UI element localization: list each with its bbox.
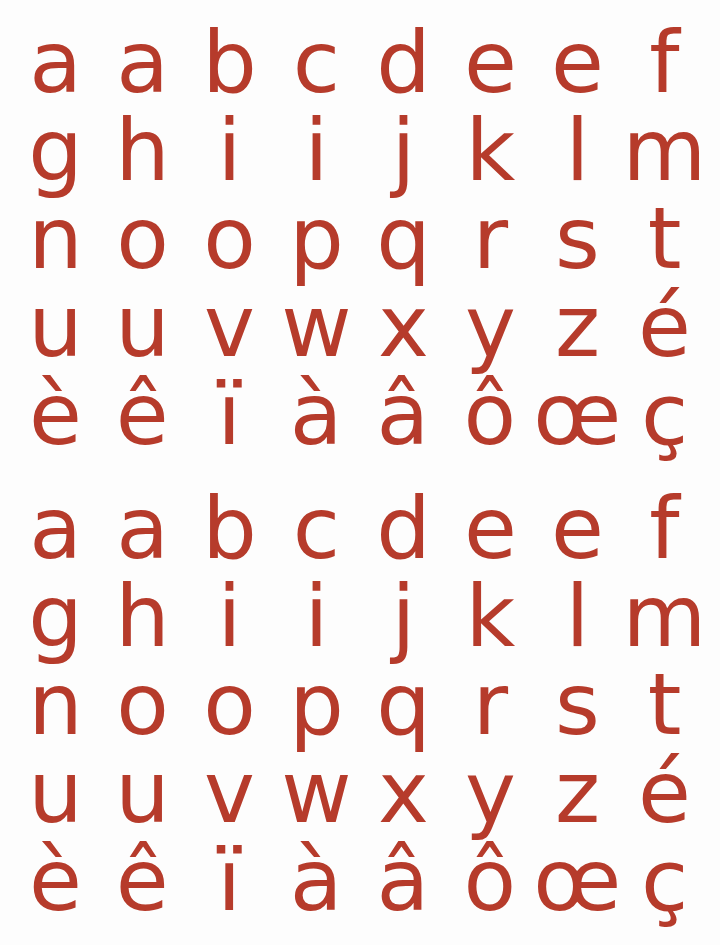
letter-cell: â xyxy=(359,836,446,924)
letter-cell: a xyxy=(12,484,99,572)
letter-cell: o xyxy=(186,194,273,282)
letter-cell: u xyxy=(12,748,99,836)
letter-row: a a b c d e e f xyxy=(12,484,708,572)
letter-cell: v xyxy=(186,282,273,370)
letter-cell: j xyxy=(360,106,447,194)
letter-cell: h xyxy=(99,572,186,660)
letter-cell: p xyxy=(273,194,360,282)
letter-row: g h i i j k l m xyxy=(12,106,708,194)
letter-cell: f xyxy=(621,18,708,106)
letter-cell: a xyxy=(12,18,99,106)
letter-cell: r xyxy=(447,194,534,282)
letter-cell: i xyxy=(273,572,360,660)
letter-cell: f xyxy=(621,484,708,572)
letter-cell: è xyxy=(12,836,99,924)
letter-cell: l xyxy=(534,572,621,660)
letter-cell: o xyxy=(186,660,273,748)
letter-cell: o xyxy=(99,660,186,748)
letter-cell: ï xyxy=(186,370,273,458)
letter-cell: p xyxy=(273,660,360,748)
letter-cell: k xyxy=(447,106,534,194)
letter-cell: ï xyxy=(186,836,273,924)
letter-cell: l xyxy=(534,106,621,194)
letter-cell: d xyxy=(360,18,447,106)
letter-cell: t xyxy=(621,194,708,282)
letter-cell: u xyxy=(99,748,186,836)
letter-cell: é xyxy=(621,748,708,836)
letter-cell: x xyxy=(360,282,447,370)
letter-cell: q xyxy=(360,194,447,282)
letter-cell: e xyxy=(534,18,621,106)
letter-cell: i xyxy=(186,106,273,194)
letter-cell: s xyxy=(534,194,621,282)
letter-cell: a xyxy=(99,18,186,106)
letter-cell: c xyxy=(273,484,360,572)
alphabet-block-bottom: a a b c d e e f g h i i j k l m n o o p … xyxy=(0,484,720,924)
letter-cell: ô xyxy=(446,836,533,924)
letter-cell: œ xyxy=(533,836,621,924)
letter-cell: â xyxy=(359,370,446,458)
letter-cell: z xyxy=(534,282,621,370)
letter-cell: t xyxy=(621,660,708,748)
letter-cell: e xyxy=(534,484,621,572)
letter-cell: z xyxy=(534,748,621,836)
letter-cell: ç xyxy=(621,370,708,458)
letter-cell: u xyxy=(12,282,99,370)
letter-cell: à xyxy=(273,836,360,924)
letter-row: è ê ï à â ô œ ç xyxy=(12,370,708,458)
letter-cell: n xyxy=(12,660,99,748)
letter-cell: b xyxy=(186,484,273,572)
letter-cell: b xyxy=(186,18,273,106)
letter-cell: x xyxy=(360,748,447,836)
letter-cell: e xyxy=(447,18,534,106)
letter-cell: u xyxy=(99,282,186,370)
letter-cell: k xyxy=(447,572,534,660)
letter-cell: e xyxy=(447,484,534,572)
letter-row: n o o p q r s t xyxy=(12,194,708,282)
letter-cell: g xyxy=(12,572,99,660)
letter-row: a a b c d e e f xyxy=(12,18,708,106)
letter-cell: i xyxy=(186,572,273,660)
letter-cell: ô xyxy=(446,370,533,458)
letter-cell: m xyxy=(621,572,708,660)
letter-cell: y xyxy=(447,748,534,836)
letter-cell: o xyxy=(99,194,186,282)
letter-cell: c xyxy=(273,18,360,106)
letter-cell: a xyxy=(99,484,186,572)
letter-cell: v xyxy=(186,748,273,836)
alphabet-block-top: a a b c d e e f g h i i j k l m n o o p … xyxy=(0,0,720,458)
letter-cell: i xyxy=(273,106,360,194)
letter-row: u u v w x y z é xyxy=(12,748,708,836)
letter-cell: m xyxy=(621,106,708,194)
letter-row: n o o p q r s t xyxy=(12,660,708,748)
letter-cell: n xyxy=(12,194,99,282)
letter-cell: s xyxy=(534,660,621,748)
letter-cell: w xyxy=(273,748,360,836)
letter-row: g h i i j k l m xyxy=(12,572,708,660)
letter-cell: h xyxy=(99,106,186,194)
letter-cell: è xyxy=(12,370,99,458)
letter-cell: j xyxy=(360,572,447,660)
letter-row: è ê ï à â ô œ ç xyxy=(12,836,708,924)
alphabet-sheet: a a b c d e e f g h i i j k l m n o o p … xyxy=(0,0,720,945)
letter-cell: ç xyxy=(621,836,708,924)
letter-cell: é xyxy=(621,282,708,370)
letter-cell: q xyxy=(360,660,447,748)
letter-cell: ê xyxy=(99,370,186,458)
letter-cell: à xyxy=(273,370,360,458)
letter-cell: d xyxy=(360,484,447,572)
letter-cell: œ xyxy=(533,370,621,458)
letter-cell: ê xyxy=(99,836,186,924)
letter-cell: y xyxy=(447,282,534,370)
letter-cell: g xyxy=(12,106,99,194)
letter-cell: w xyxy=(273,282,360,370)
letter-row: u u v w x y z é xyxy=(12,282,708,370)
letter-cell: r xyxy=(447,660,534,748)
